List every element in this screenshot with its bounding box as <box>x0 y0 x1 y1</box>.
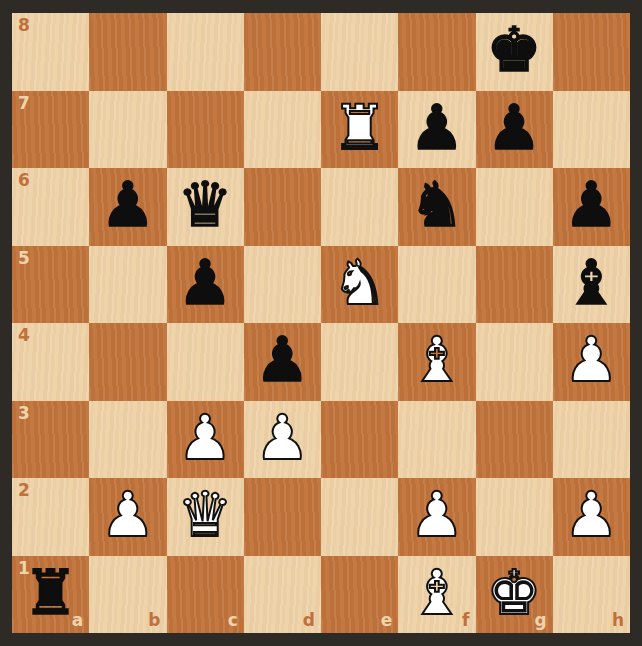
square-g1[interactable]: g♚ <box>476 556 553 634</box>
square-f6[interactable]: ♞ <box>398 168 475 246</box>
piece-white-bishop-f1[interactable]: ♝ <box>398 556 475 634</box>
square-g8[interactable]: ♚ <box>476 13 553 91</box>
square-b5[interactable] <box>89 246 166 324</box>
square-c2[interactable]: ♛ <box>167 478 244 556</box>
square-h3[interactable] <box>553 401 630 479</box>
square-d3[interactable]: ♟ <box>244 401 321 479</box>
piece-black-pawn-d4[interactable]: ♟ <box>244 323 321 401</box>
square-b7[interactable] <box>89 91 166 169</box>
rank-label-5: 5 <box>18 250 30 267</box>
square-e8[interactable] <box>321 13 398 91</box>
chess-board: 8♚7♜♟♟6♟♛♞♟5♟♞♝4♟♝♟3♟♟2♟♛♟♟1a♜bcdef♝g♚h <box>12 13 630 633</box>
square-f4[interactable]: ♝ <box>398 323 475 401</box>
square-e3[interactable] <box>321 401 398 479</box>
square-f8[interactable] <box>398 13 475 91</box>
square-a2[interactable]: 2 <box>12 478 89 556</box>
piece-black-pawn-c5[interactable]: ♟ <box>167 246 244 324</box>
square-c6[interactable]: ♛ <box>167 168 244 246</box>
piece-white-pawn-c3[interactable]: ♟ <box>167 401 244 479</box>
piece-white-pawn-h2[interactable]: ♟ <box>553 478 630 556</box>
square-d6[interactable] <box>244 168 321 246</box>
square-c7[interactable] <box>167 91 244 169</box>
square-b2[interactable]: ♟ <box>89 478 166 556</box>
square-h2[interactable]: ♟ <box>553 478 630 556</box>
piece-black-pawn-b6[interactable]: ♟ <box>89 168 166 246</box>
piece-black-knight-f6[interactable]: ♞ <box>398 168 475 246</box>
piece-black-bishop-h5[interactable]: ♝ <box>553 246 630 324</box>
piece-white-pawn-d3[interactable]: ♟ <box>244 401 321 479</box>
square-b4[interactable] <box>89 323 166 401</box>
square-h1[interactable]: h <box>553 556 630 634</box>
piece-black-pawn-f7[interactable]: ♟ <box>398 91 475 169</box>
square-h4[interactable]: ♟ <box>553 323 630 401</box>
square-c5[interactable]: ♟ <box>167 246 244 324</box>
square-d7[interactable] <box>244 91 321 169</box>
square-a8[interactable]: 8 <box>12 13 89 91</box>
rank-label-4: 4 <box>18 327 30 344</box>
square-f7[interactable]: ♟ <box>398 91 475 169</box>
file-label-b: b <box>148 612 160 629</box>
square-h6[interactable]: ♟ <box>553 168 630 246</box>
board-frame: 8♚7♜♟♟6♟♛♞♟5♟♞♝4♟♝♟3♟♟2♟♛♟♟1a♜bcdef♝g♚h <box>0 0 642 646</box>
rank-label-2: 2 <box>18 482 30 499</box>
piece-white-pawn-b2[interactable]: ♟ <box>89 478 166 556</box>
square-e4[interactable] <box>321 323 398 401</box>
square-e2[interactable] <box>321 478 398 556</box>
piece-black-queen-c6[interactable]: ♛ <box>167 168 244 246</box>
piece-black-king-g8[interactable]: ♚ <box>476 13 553 91</box>
square-b3[interactable] <box>89 401 166 479</box>
square-d2[interactable] <box>244 478 321 556</box>
file-label-d: d <box>303 612 315 629</box>
square-e5[interactable]: ♞ <box>321 246 398 324</box>
square-h7[interactable] <box>553 91 630 169</box>
piece-white-bishop-f4[interactable]: ♝ <box>398 323 475 401</box>
square-a1[interactable]: 1a♜ <box>12 556 89 634</box>
piece-white-king-g1[interactable]: ♚ <box>476 556 553 634</box>
square-d4[interactable]: ♟ <box>244 323 321 401</box>
square-c3[interactable]: ♟ <box>167 401 244 479</box>
piece-black-pawn-h6[interactable]: ♟ <box>553 168 630 246</box>
square-a3[interactable]: 3 <box>12 401 89 479</box>
square-g2[interactable] <box>476 478 553 556</box>
rank-label-3: 3 <box>18 405 30 422</box>
square-a6[interactable]: 6 <box>12 168 89 246</box>
piece-white-queen-c2[interactable]: ♛ <box>167 478 244 556</box>
square-d5[interactable] <box>244 246 321 324</box>
rank-label-6: 6 <box>18 172 30 189</box>
square-g6[interactable] <box>476 168 553 246</box>
square-c1[interactable]: c <box>167 556 244 634</box>
square-c8[interactable] <box>167 13 244 91</box>
piece-black-rook-a1[interactable]: ♜ <box>12 556 89 634</box>
square-b1[interactable]: b <box>89 556 166 634</box>
square-g4[interactable] <box>476 323 553 401</box>
rank-label-8: 8 <box>18 17 30 34</box>
square-f5[interactable] <box>398 246 475 324</box>
piece-white-knight-e5[interactable]: ♞ <box>321 246 398 324</box>
square-e7[interactable]: ♜ <box>321 91 398 169</box>
square-g3[interactable] <box>476 401 553 479</box>
square-f1[interactable]: f♝ <box>398 556 475 634</box>
square-h5[interactable]: ♝ <box>553 246 630 324</box>
square-g5[interactable] <box>476 246 553 324</box>
square-d1[interactable]: d <box>244 556 321 634</box>
rank-label-7: 7 <box>18 95 30 112</box>
square-f2[interactable]: ♟ <box>398 478 475 556</box>
square-f3[interactable] <box>398 401 475 479</box>
square-h8[interactable] <box>553 13 630 91</box>
square-e6[interactable] <box>321 168 398 246</box>
square-a4[interactable]: 4 <box>12 323 89 401</box>
piece-white-pawn-h4[interactable]: ♟ <box>553 323 630 401</box>
square-d8[interactable] <box>244 13 321 91</box>
square-a7[interactable]: 7 <box>12 91 89 169</box>
square-b6[interactable]: ♟ <box>89 168 166 246</box>
square-g7[interactable]: ♟ <box>476 91 553 169</box>
file-label-e: e <box>381 612 393 629</box>
piece-white-rook-e7[interactable]: ♜ <box>321 91 398 169</box>
piece-white-pawn-f2[interactable]: ♟ <box>398 478 475 556</box>
square-a5[interactable]: 5 <box>12 246 89 324</box>
square-c4[interactable] <box>167 323 244 401</box>
square-e1[interactable]: e <box>321 556 398 634</box>
file-label-h: h <box>612 612 624 629</box>
square-b8[interactable] <box>89 13 166 91</box>
file-label-c: c <box>228 612 238 629</box>
piece-black-pawn-g7[interactable]: ♟ <box>476 91 553 169</box>
